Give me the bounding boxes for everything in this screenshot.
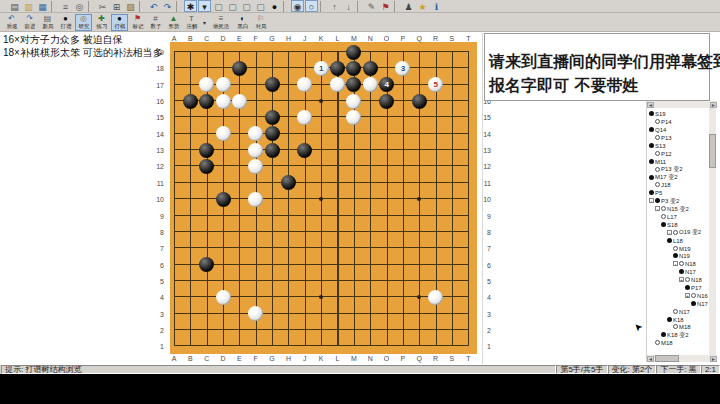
board-point-H15[interactable]: [280, 109, 296, 125]
board-point-R4[interactable]: [428, 289, 444, 305]
vscroll-thumb[interactable]: [709, 134, 716, 168]
board-point-B8[interactable]: [182, 224, 198, 240]
board-point-N10[interactable]: [362, 191, 378, 207]
board-point-O2[interactable]: [378, 322, 394, 338]
board-point-S4[interactable]: [444, 289, 460, 305]
board-point-B5[interactable]: [182, 273, 198, 289]
board-point-K14[interactable]: [313, 126, 329, 142]
board-point-F8[interactable]: [248, 224, 264, 240]
board-point-L6[interactable]: [329, 256, 345, 272]
board-point-A19[interactable]: [166, 44, 182, 60]
board-point-R5[interactable]: [428, 273, 444, 289]
new-file-icon[interactable]: ▤: [8, 0, 21, 12]
board-point-B14[interactable]: [182, 126, 198, 142]
board-point-R13[interactable]: [428, 142, 444, 158]
board-point-R6[interactable]: [428, 256, 444, 272]
board-point-Q3[interactable]: [411, 306, 427, 322]
board-point-A12[interactable]: [166, 158, 182, 174]
stone-icon[interactable]: ●: [268, 0, 281, 12]
board-point-L10[interactable]: [329, 191, 345, 207]
board-point-C8[interactable]: [199, 224, 215, 240]
board-point-P12[interactable]: [395, 158, 411, 174]
board-point-D8[interactable]: [215, 224, 231, 240]
board-point-R18[interactable]: [428, 60, 444, 76]
board-point-D11[interactable]: [215, 175, 231, 191]
board-point-G2[interactable]: [264, 322, 280, 338]
board-point-L13[interactable]: [329, 142, 345, 158]
board-point-C12[interactable]: [199, 158, 215, 174]
board-point-R9[interactable]: [428, 207, 444, 223]
board-point-D7[interactable]: [215, 240, 231, 256]
board-point-P7[interactable]: [395, 240, 411, 256]
board-point-L5[interactable]: [329, 273, 345, 289]
board-point-R2[interactable]: [428, 322, 444, 338]
board-point-T13[interactable]: [460, 142, 476, 158]
board-point-L12[interactable]: [329, 158, 345, 174]
board-point-J11[interactable]: [297, 175, 313, 191]
board-point-A9[interactable]: [166, 207, 182, 223]
board-point-K4[interactable]: [313, 289, 329, 305]
board-point-N17[interactable]: [362, 77, 378, 93]
tree-node-P13[interactable]: P13: [649, 134, 709, 142]
board-point-B12[interactable]: [182, 158, 198, 174]
tree-node-P14[interactable]: P14: [649, 118, 709, 126]
tree-node-N17[interactable]: N17: [649, 307, 709, 315]
board-point-A1[interactable]: [166, 338, 182, 354]
board-point-T1[interactable]: [460, 338, 476, 354]
board-point-O7[interactable]: [378, 240, 394, 256]
board-point-O9[interactable]: [378, 207, 394, 223]
board-point-L7[interactable]: [329, 240, 345, 256]
info-icon[interactable]: ℹ: [430, 0, 443, 12]
board-point-Q2[interactable]: [411, 322, 427, 338]
board-point-M10[interactable]: [346, 191, 362, 207]
board-point-F7[interactable]: [248, 240, 264, 256]
board-point-S19[interactable]: [444, 44, 460, 60]
board-point-P11[interactable]: [395, 175, 411, 191]
edit-pencil-icon[interactable]: ✎: [365, 0, 378, 12]
board-point-S9[interactable]: [444, 207, 460, 223]
board-point-N3[interactable]: [362, 306, 378, 322]
board-point-B11[interactable]: [182, 175, 198, 191]
tree-node-M17-变2[interactable]: M17 变2: [649, 173, 709, 181]
board-point-P14[interactable]: [395, 126, 411, 142]
board-point-N1[interactable]: [362, 338, 378, 354]
board-point-E15[interactable]: [231, 109, 247, 125]
board-point-L11[interactable]: [329, 175, 345, 191]
board-point-O17[interactable]: 4: [378, 77, 394, 93]
study-button[interactable]: ◎研究: [75, 14, 92, 31]
board-point-H11[interactable]: [280, 175, 296, 191]
board-point-T11[interactable]: [460, 175, 476, 191]
board-point-C10[interactable]: [199, 191, 215, 207]
board-point-H2[interactable]: [280, 322, 296, 338]
board-point-T17[interactable]: [460, 77, 476, 93]
board-point-Q8[interactable]: [411, 224, 427, 240]
board-point-C17[interactable]: [199, 77, 215, 93]
board-point-P6[interactable]: [395, 256, 411, 272]
match-button[interactable]: ⚐对局: [252, 14, 269, 31]
board-point-N11[interactable]: [362, 175, 378, 191]
board-point-M12[interactable]: [346, 158, 362, 174]
tree-node-M19[interactable]: M19: [649, 244, 709, 252]
board-point-J16[interactable]: [297, 93, 313, 109]
board-point-J17[interactable]: [297, 77, 313, 93]
board-point-S14[interactable]: [444, 126, 460, 142]
board-point-N14[interactable]: [362, 126, 378, 142]
board-point-A15[interactable]: [166, 109, 182, 125]
collapse-icon[interactable]: -: [667, 230, 672, 235]
board-point-T16[interactable]: [460, 93, 476, 109]
board-point-G12[interactable]: [264, 158, 280, 174]
settings-gear-icon[interactable]: ✱: [184, 0, 197, 12]
board-point-T6[interactable]: [460, 256, 476, 272]
board-point-T4[interactable]: [460, 289, 476, 305]
board-point-M2[interactable]: [346, 322, 362, 338]
cut-icon[interactable]: ✂: [96, 0, 109, 12]
board-point-A6[interactable]: [166, 256, 182, 272]
board-point-S15[interactable]: [444, 109, 460, 125]
board-point-E16[interactable]: [231, 93, 247, 109]
board-view-3-icon[interactable]: ▢: [240, 0, 253, 12]
board-point-D13[interactable]: [215, 142, 231, 158]
board-point-E7[interactable]: [231, 240, 247, 256]
play-move-button[interactable]: ●行棋: [111, 14, 128, 31]
board-point-H9[interactable]: [280, 207, 296, 223]
board-point-O12[interactable]: [378, 158, 394, 174]
move-up-icon[interactable]: ↑: [328, 0, 341, 12]
board-point-M4[interactable]: [346, 289, 362, 305]
board-point-A13[interactable]: [166, 142, 182, 158]
board-point-C3[interactable]: [199, 306, 215, 322]
board-point-A4[interactable]: [166, 289, 182, 305]
board-point-H3[interactable]: [280, 306, 296, 322]
board-point-D16[interactable]: [215, 93, 231, 109]
board-point-G15[interactable]: [264, 109, 280, 125]
board-point-B18[interactable]: [182, 60, 198, 76]
board-point-S17[interactable]: [444, 77, 460, 93]
board-point-S18[interactable]: [444, 60, 460, 76]
tree-node-P3-变2[interactable]: -P3 变2: [649, 197, 709, 205]
tree-node-L18[interactable]: L18: [649, 236, 709, 244]
board-point-D14[interactable]: [215, 126, 231, 142]
board-point-M5[interactable]: [346, 273, 362, 289]
board-point-C7[interactable]: [199, 240, 215, 256]
board-point-M14[interactable]: [346, 126, 362, 142]
board-point-T9[interactable]: [460, 207, 476, 223]
board-point-O18[interactable]: [378, 60, 394, 76]
board-point-C13[interactable]: [199, 142, 215, 158]
board-point-Q9[interactable]: [411, 207, 427, 223]
board-point-B6[interactable]: [182, 256, 198, 272]
board-point-B1[interactable]: [182, 338, 198, 354]
board-point-D3[interactable]: [215, 306, 231, 322]
zoom-in-icon[interactable]: ◉: [291, 0, 304, 12]
board-point-O19[interactable]: [378, 44, 394, 60]
board-point-F15[interactable]: [248, 109, 264, 125]
zoom-out-icon[interactable]: ○: [305, 0, 318, 12]
board-point-Q5[interactable]: [411, 273, 427, 289]
board-point-T12[interactable]: [460, 158, 476, 174]
tree-node-N16[interactable]: +N16: [649, 291, 709, 299]
board-point-L9[interactable]: [329, 207, 345, 223]
board-point-L19[interactable]: [329, 44, 345, 60]
board-point-J6[interactable]: [297, 256, 313, 272]
board-point-G6[interactable]: [264, 256, 280, 272]
board-point-F12[interactable]: [248, 158, 264, 174]
board-point-E5[interactable]: [231, 273, 247, 289]
board-point-J19[interactable]: [297, 44, 313, 60]
board-point-J2[interactable]: [297, 322, 313, 338]
board-point-N2[interactable]: [362, 322, 378, 338]
board-point-P8[interactable]: [395, 224, 411, 240]
tree-hscrollbar-top[interactable]: ◄ ►: [647, 101, 717, 108]
board-point-M17[interactable]: [346, 77, 362, 93]
board-point-N15[interactable]: [362, 109, 378, 125]
board-point-S12[interactable]: [444, 158, 460, 174]
board-point-S5[interactable]: [444, 273, 460, 289]
board-point-Q7[interactable]: [411, 240, 427, 256]
board-view-2-icon[interactable]: ▢: [226, 0, 239, 12]
board-point-P5[interactable]: [395, 273, 411, 289]
board-point-K7[interactable]: [313, 240, 329, 256]
board-point-F4[interactable]: [248, 289, 264, 305]
board-point-A7[interactable]: [166, 240, 182, 256]
board-point-P16[interactable]: [395, 93, 411, 109]
board-point-E2[interactable]: [231, 322, 247, 338]
board-point-L2[interactable]: [329, 322, 345, 338]
tree-node-Q14[interactable]: Q14: [649, 126, 709, 134]
board-point-T7[interactable]: [460, 240, 476, 256]
board-point-S10[interactable]: [444, 191, 460, 207]
board-point-H6[interactable]: [280, 256, 296, 272]
board-point-G13[interactable]: [264, 142, 280, 158]
board-point-L15[interactable]: [329, 109, 345, 125]
tree-node-N18[interactable]: -N18: [649, 260, 709, 268]
board-point-E11[interactable]: [231, 175, 247, 191]
forward-button[interactable]: ↷前进: [21, 14, 38, 31]
tree-node-M18[interactable]: M18: [649, 339, 709, 347]
tree-node-K18[interactable]: K18: [649, 315, 709, 323]
board-point-B10[interactable]: [182, 191, 198, 207]
board-view-1-icon[interactable]: ▢: [212, 0, 225, 12]
board-point-R11[interactable]: [428, 175, 444, 191]
board-point-O5[interactable]: [378, 273, 394, 289]
collapse-icon[interactable]: -: [649, 198, 654, 203]
board-point-B7[interactable]: [182, 240, 198, 256]
board-point-B13[interactable]: [182, 142, 198, 158]
collapse-icon[interactable]: -: [673, 261, 678, 266]
board-point-F5[interactable]: [248, 273, 264, 289]
preview-icon[interactable]: ◎: [73, 0, 86, 12]
board-point-R19[interactable]: [428, 44, 444, 60]
board-point-L8[interactable]: [329, 224, 345, 240]
board-point-E10[interactable]: [231, 191, 247, 207]
board-point-J13[interactable]: [297, 142, 313, 158]
board-point-D12[interactable]: [215, 158, 231, 174]
board-point-P18[interactable]: 3: [395, 60, 411, 76]
board-point-K18[interactable]: 1: [313, 60, 329, 76]
board-point-E9[interactable]: [231, 207, 247, 223]
piece-icon[interactable]: ♟: [402, 0, 415, 12]
board-point-D17[interactable]: [215, 77, 231, 93]
board-point-S1[interactable]: [444, 338, 460, 354]
board-point-J10[interactable]: [297, 191, 313, 207]
board-point-P15[interactable]: [395, 109, 411, 125]
board-point-P2[interactable]: [395, 322, 411, 338]
paste-icon[interactable]: ▨: [124, 0, 137, 12]
board-point-R16[interactable]: [428, 93, 444, 109]
board-point-F11[interactable]: [248, 175, 264, 191]
board-point-T5[interactable]: [460, 273, 476, 289]
board-point-T10[interactable]: [460, 191, 476, 207]
estimate-button[interactable]: ▲形势: [165, 14, 182, 31]
scroll-left-icon[interactable]: ◄: [647, 356, 654, 362]
scroll-left-icon[interactable]: ◄: [647, 102, 654, 108]
tree-node-O19-变2[interactable]: -O19 变2: [649, 228, 709, 236]
board-point-P19[interactable]: [395, 44, 411, 60]
board-point-C19[interactable]: [199, 44, 215, 60]
board-point-Q10[interactable]: [411, 191, 427, 207]
board-point-A14[interactable]: [166, 126, 182, 142]
board-point-D10[interactable]: [215, 191, 231, 207]
board-point-H1[interactable]: [280, 338, 296, 354]
tree-node-J18[interactable]: J18: [649, 181, 709, 189]
board-point-G17[interactable]: [264, 77, 280, 93]
board-point-E6[interactable]: [231, 256, 247, 272]
board-point-Q12[interactable]: [411, 158, 427, 174]
scroll-right-icon[interactable]: ►: [710, 102, 717, 108]
board-point-E4[interactable]: [231, 289, 247, 305]
count-button[interactable]: #数子: [147, 14, 164, 31]
board-point-Q6[interactable]: [411, 256, 427, 272]
board-point-N13[interactable]: [362, 142, 378, 158]
board-point-A11[interactable]: [166, 175, 182, 191]
tree-node-N15-变2[interactable]: -N15 变2: [649, 205, 709, 213]
board-point-B3[interactable]: [182, 306, 198, 322]
tree-node-P17[interactable]: P17: [649, 284, 709, 292]
board-point-O4[interactable]: [378, 289, 394, 305]
board-point-P9[interactable]: [395, 207, 411, 223]
board-point-D9[interactable]: [215, 207, 231, 223]
board-point-D6[interactable]: [215, 256, 231, 272]
board-point-L17[interactable]: [329, 77, 345, 93]
board-point-Q14[interactable]: [411, 126, 427, 142]
board-point-Q1[interactable]: [411, 338, 427, 354]
board-point-F2[interactable]: [248, 322, 264, 338]
board-point-Q13[interactable]: [411, 142, 427, 158]
board-point-C16[interactable]: [199, 93, 215, 109]
board-point-T2[interactable]: [460, 322, 476, 338]
board-point-A17[interactable]: [166, 77, 182, 93]
board-point-K9[interactable]: [313, 207, 329, 223]
board-point-G11[interactable]: [264, 175, 280, 191]
board-point-L3[interactable]: [329, 306, 345, 322]
board-point-J7[interactable]: [297, 240, 313, 256]
board-point-E18[interactable]: [231, 60, 247, 76]
board-point-B15[interactable]: [182, 109, 198, 125]
board-view-4-icon[interactable]: ▢: [254, 0, 267, 12]
board-point-C18[interactable]: [199, 60, 215, 76]
board-point-S7[interactable]: [444, 240, 460, 256]
board-point-R15[interactable]: [428, 109, 444, 125]
board-point-F18[interactable]: [248, 60, 264, 76]
board-point-E1[interactable]: [231, 338, 247, 354]
board-point-H14[interactable]: [280, 126, 296, 142]
board-point-K1[interactable]: [313, 338, 329, 354]
board-point-F10[interactable]: [248, 191, 264, 207]
board-point-R12[interactable]: [428, 158, 444, 174]
board-point-G9[interactable]: [264, 207, 280, 223]
board-point-O13[interactable]: [378, 142, 394, 158]
board-point-T18[interactable]: [460, 60, 476, 76]
board-point-L14[interactable]: [329, 126, 345, 142]
practice-button[interactable]: ✚练习: [93, 14, 110, 31]
board-point-M3[interactable]: [346, 306, 362, 322]
board-point-O16[interactable]: [378, 93, 394, 109]
board-point-M15[interactable]: [346, 109, 362, 125]
board-point-N19[interactable]: [362, 44, 378, 60]
board-point-K13[interactable]: [313, 142, 329, 158]
board-point-K10[interactable]: [313, 191, 329, 207]
board-point-K15[interactable]: [313, 109, 329, 125]
board-point-N18[interactable]: [362, 60, 378, 76]
board-point-G5[interactable]: [264, 273, 280, 289]
board-point-J1[interactable]: [297, 338, 313, 354]
board-point-D18[interactable]: [215, 60, 231, 76]
board-point-H8[interactable]: [280, 224, 296, 240]
tree-vscrollbar[interactable]: [709, 108, 716, 355]
board-point-P10[interactable]: [395, 191, 411, 207]
board-point-G1[interactable]: [264, 338, 280, 354]
tree-node-N17[interactable]: N17: [649, 299, 709, 307]
board-point-H17[interactable]: [280, 77, 296, 93]
board-point-F13[interactable]: [248, 142, 264, 158]
board-point-C6[interactable]: [199, 256, 215, 272]
board-point-B9[interactable]: [182, 207, 198, 223]
board-point-P13[interactable]: [395, 142, 411, 158]
board-point-N16[interactable]: [362, 93, 378, 109]
board-point-R7[interactable]: [428, 240, 444, 256]
board-point-O3[interactable]: [378, 306, 394, 322]
mark-button[interactable]: ⚑标记: [129, 14, 146, 31]
board-point-M7[interactable]: [346, 240, 362, 256]
board-point-K6[interactable]: [313, 256, 329, 272]
board-point-E8[interactable]: [231, 224, 247, 240]
board-point-H7[interactable]: [280, 240, 296, 256]
board-point-P4[interactable]: [395, 289, 411, 305]
hscroll-thumb[interactable]: [655, 355, 679, 362]
board-point-C1[interactable]: [199, 338, 215, 354]
board-point-K3[interactable]: [313, 306, 329, 322]
board-point-M18[interactable]: [346, 60, 362, 76]
tree-node-S19[interactable]: S19: [649, 110, 709, 118]
board-point-S8[interactable]: [444, 224, 460, 240]
board-point-C2[interactable]: [199, 322, 215, 338]
board-point-G8[interactable]: [264, 224, 280, 240]
board-point-A16[interactable]: [166, 93, 182, 109]
board-point-Q19[interactable]: [411, 44, 427, 60]
board-point-L16[interactable]: [329, 93, 345, 109]
board-point-A18[interactable]: [166, 60, 182, 76]
board-point-R17[interactable]: 5: [428, 77, 444, 93]
board-point-N9[interactable]: [362, 207, 378, 223]
tree-node-S13[interactable]: S13: [649, 142, 709, 150]
move-down-icon[interactable]: ↓: [342, 0, 355, 12]
board-point-O1[interactable]: [378, 338, 394, 354]
board-point-J12[interactable]: [297, 158, 313, 174]
board-point-A2[interactable]: [166, 322, 182, 338]
